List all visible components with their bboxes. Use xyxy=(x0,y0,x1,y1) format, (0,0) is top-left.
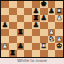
piece-white-pawn: ♟ xyxy=(48,29,54,36)
caption: White to move xyxy=(0,58,64,64)
piece-black-rook: ♜ xyxy=(9,50,15,57)
board-grid: ♚♟♟♜♜♟♟♟♟♜♟♞♟♟♟♜♚♜ xyxy=(1,1,63,57)
square-h3[interactable]: ♟ xyxy=(55,36,63,43)
piece-black-pawn: ♟ xyxy=(33,8,39,15)
square-d6[interactable] xyxy=(24,15,32,22)
square-d5[interactable] xyxy=(24,22,32,29)
piece-black-king: ♚ xyxy=(40,1,46,8)
square-f8[interactable]: ♚ xyxy=(40,1,48,8)
square-b6[interactable] xyxy=(9,15,17,22)
square-e6[interactable]: ♜ xyxy=(32,15,40,22)
square-c6[interactable] xyxy=(17,15,25,22)
square-g8[interactable] xyxy=(48,1,56,8)
square-d7[interactable] xyxy=(24,8,32,15)
square-h2[interactable]: ♚ xyxy=(55,43,63,50)
square-e4[interactable] xyxy=(32,29,40,36)
piece-black-rook: ♜ xyxy=(33,15,39,22)
square-a2[interactable]: ♟ xyxy=(1,43,9,50)
piece-white-knight: ♞ xyxy=(48,36,54,43)
square-d4[interactable] xyxy=(24,29,32,36)
piece-black-rook: ♜ xyxy=(17,29,23,36)
square-f4[interactable] xyxy=(40,29,48,36)
square-g5[interactable] xyxy=(48,22,56,29)
square-c7[interactable] xyxy=(17,8,25,15)
square-h4[interactable] xyxy=(55,29,63,36)
piece-white-pawn: ♟ xyxy=(2,43,8,50)
piece-white-pawn: ♟ xyxy=(56,15,62,22)
square-a4[interactable] xyxy=(1,29,9,36)
square-b3[interactable] xyxy=(9,36,17,43)
square-h6[interactable]: ♟ xyxy=(55,15,63,22)
square-f6[interactable]: ♟ xyxy=(40,15,48,22)
square-h7[interactable]: ♜ xyxy=(55,8,63,15)
square-a5[interactable]: ♟ xyxy=(1,22,9,29)
square-b2[interactable] xyxy=(9,43,17,50)
square-b5[interactable] xyxy=(9,22,17,29)
square-c2[interactable]: ♟ xyxy=(17,43,25,50)
square-e2[interactable] xyxy=(32,43,40,50)
square-d2[interactable] xyxy=(24,43,32,50)
piece-black-pawn: ♟ xyxy=(48,8,54,15)
square-e1[interactable] xyxy=(32,50,40,57)
square-f5[interactable] xyxy=(40,22,48,29)
square-c1[interactable] xyxy=(17,50,25,57)
square-d3[interactable] xyxy=(24,36,32,43)
square-h5[interactable] xyxy=(55,22,63,29)
square-d8[interactable] xyxy=(24,1,32,8)
square-a6[interactable] xyxy=(1,15,9,22)
square-e5[interactable]: ♟ xyxy=(32,22,40,29)
square-c4[interactable]: ♜ xyxy=(17,29,25,36)
square-b1[interactable]: ♜ xyxy=(9,50,17,57)
square-g1[interactable] xyxy=(48,50,56,57)
piece-black-pawn: ♟ xyxy=(2,22,8,29)
square-f3[interactable] xyxy=(40,36,48,43)
square-g7[interactable]: ♟ xyxy=(48,8,56,15)
piece-black-pawn: ♟ xyxy=(40,15,46,22)
square-f1[interactable] xyxy=(40,50,48,57)
square-h1[interactable] xyxy=(55,50,63,57)
piece-black-pawn: ♟ xyxy=(17,43,23,50)
square-d1[interactable] xyxy=(24,50,32,57)
square-c3[interactable] xyxy=(17,36,25,43)
piece-black-pawn: ♟ xyxy=(33,22,39,29)
piece-white-king: ♚ xyxy=(56,43,62,50)
square-f7[interactable] xyxy=(40,8,48,15)
square-a3[interactable] xyxy=(1,36,9,43)
square-b7[interactable] xyxy=(9,8,17,15)
piece-white-rook: ♜ xyxy=(40,43,46,50)
caption-text: White to move xyxy=(17,58,46,64)
square-f2[interactable]: ♜ xyxy=(40,43,48,50)
square-g6[interactable] xyxy=(48,15,56,22)
square-e3[interactable] xyxy=(32,36,40,43)
square-c8[interactable] xyxy=(17,1,25,8)
square-a7[interactable] xyxy=(1,8,9,15)
square-a8[interactable] xyxy=(1,1,9,8)
square-g2[interactable] xyxy=(48,43,56,50)
piece-white-rook: ♜ xyxy=(56,8,62,15)
square-a1[interactable] xyxy=(1,50,9,57)
square-b8[interactable] xyxy=(9,1,17,8)
square-b4[interactable] xyxy=(9,29,17,36)
square-e8[interactable] xyxy=(32,1,40,8)
square-g4[interactable]: ♟ xyxy=(48,29,56,36)
square-e7[interactable]: ♟ xyxy=(32,8,40,15)
piece-white-pawn: ♟ xyxy=(56,36,62,43)
square-h8[interactable] xyxy=(55,1,63,8)
square-g3[interactable]: ♞ xyxy=(48,36,56,43)
square-c5[interactable] xyxy=(17,22,25,29)
chess-board: ♚♟♟♜♜♟♟♟♟♜♟♞♟♟♟♜♚♜ xyxy=(0,0,64,58)
